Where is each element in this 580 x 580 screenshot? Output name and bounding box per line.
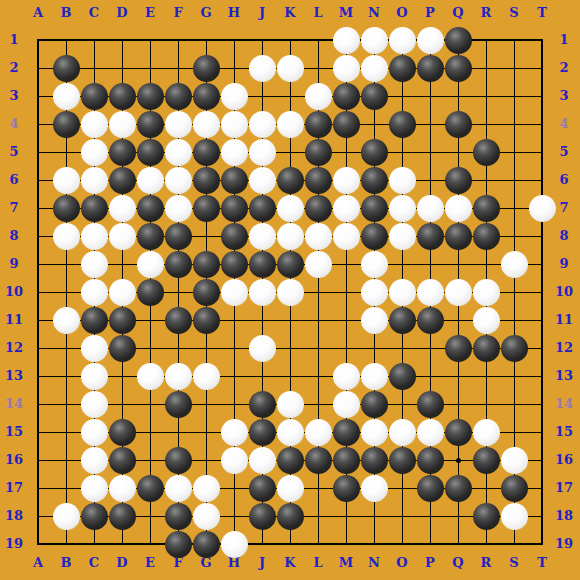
coord-left-8: 8 — [0, 229, 28, 243]
stone-black-G5 — [193, 139, 220, 166]
stone-black-L4 — [305, 111, 332, 138]
stone-white-C4 — [81, 111, 108, 138]
stone-black-C11 — [81, 307, 108, 334]
coord-right-12: 12 — [550, 341, 578, 355]
stone-white-M7 — [333, 195, 360, 222]
coord-left-3: 3 — [0, 89, 28, 103]
stone-black-J7 — [249, 195, 276, 222]
coord-bottom-C: C — [80, 556, 108, 570]
stone-black-R8 — [473, 223, 500, 250]
stone-white-D8 — [109, 223, 136, 250]
coord-bottom-L: L — [304, 556, 332, 570]
stone-white-C12 — [81, 335, 108, 362]
coord-bottom-S: S — [500, 556, 528, 570]
coord-bottom-N: N — [360, 556, 388, 570]
stone-black-J18 — [249, 503, 276, 530]
stone-white-K8 — [277, 223, 304, 250]
stone-black-G11 — [193, 307, 220, 334]
stone-white-J5 — [249, 139, 276, 166]
coord-top-B: B — [52, 6, 80, 20]
stone-black-J15 — [249, 419, 276, 446]
stone-black-J9 — [249, 251, 276, 278]
stone-black-F18 — [165, 503, 192, 530]
stone-white-D7 — [109, 195, 136, 222]
stone-white-O15 — [389, 419, 416, 446]
stone-white-R15 — [473, 419, 500, 446]
coord-bottom-K: K — [276, 556, 304, 570]
stone-black-B4 — [53, 111, 80, 138]
stone-white-J8 — [249, 223, 276, 250]
coord-right-19: 19 — [550, 537, 578, 551]
coord-left-11: 11 — [0, 313, 28, 327]
stone-white-L9 — [305, 251, 332, 278]
coord-right-3: 3 — [550, 89, 578, 103]
stone-black-G7 — [193, 195, 220, 222]
stone-black-Q8 — [445, 223, 472, 250]
stone-black-D5 — [109, 139, 136, 166]
stone-black-Q12 — [445, 335, 472, 362]
stone-white-N13 — [361, 363, 388, 390]
stone-white-M6 — [333, 167, 360, 194]
stone-black-M17 — [333, 475, 360, 502]
stone-black-D6 — [109, 167, 136, 194]
stone-white-F5 — [165, 139, 192, 166]
stone-white-D10 — [109, 279, 136, 306]
coord-right-18: 18 — [550, 509, 578, 523]
stone-black-N5 — [361, 139, 388, 166]
coord-top-R: R — [472, 6, 500, 20]
stone-white-G13 — [193, 363, 220, 390]
coord-right-15: 15 — [550, 425, 578, 439]
coord-bottom-O: O — [388, 556, 416, 570]
stone-black-E8 — [137, 223, 164, 250]
stone-white-J2 — [249, 55, 276, 82]
coord-right-2: 2 — [550, 61, 578, 75]
stone-white-E6 — [137, 167, 164, 194]
coord-left-15: 15 — [0, 425, 28, 439]
stone-black-H6 — [221, 167, 248, 194]
stone-white-J4 — [249, 111, 276, 138]
stone-white-N2 — [361, 55, 388, 82]
coord-top-H: H — [220, 6, 248, 20]
stone-black-S12 — [501, 335, 528, 362]
stone-black-P8 — [417, 223, 444, 250]
stone-black-G6 — [193, 167, 220, 194]
stone-white-S18 — [501, 503, 528, 530]
stone-white-Q10 — [445, 279, 472, 306]
stone-white-C9 — [81, 251, 108, 278]
stone-black-K6 — [277, 167, 304, 194]
stone-white-J6 — [249, 167, 276, 194]
stone-black-F8 — [165, 223, 192, 250]
stone-white-N11 — [361, 307, 388, 334]
stone-black-D16 — [109, 447, 136, 474]
stone-white-C13 — [81, 363, 108, 390]
stone-white-O8 — [389, 223, 416, 250]
coord-right-11: 11 — [550, 313, 578, 327]
stone-black-Q6 — [445, 167, 472, 194]
stone-white-E13 — [137, 363, 164, 390]
stone-black-D18 — [109, 503, 136, 530]
stone-black-D11 — [109, 307, 136, 334]
stone-black-K16 — [277, 447, 304, 474]
stone-black-O13 — [389, 363, 416, 390]
coord-bottom-F: F — [164, 556, 192, 570]
stone-white-D17 — [109, 475, 136, 502]
stone-white-J12 — [249, 335, 276, 362]
coord-top-K: K — [276, 6, 304, 20]
stone-white-O10 — [389, 279, 416, 306]
coord-left-18: 18 — [0, 509, 28, 523]
stone-black-N8 — [361, 223, 388, 250]
stone-white-P15 — [417, 419, 444, 446]
stone-white-C16 — [81, 447, 108, 474]
coord-right-1: 1 — [550, 33, 578, 47]
stone-white-M2 — [333, 55, 360, 82]
stone-black-G19 — [193, 531, 220, 558]
coord-right-13: 13 — [550, 369, 578, 383]
coord-bottom-D: D — [108, 556, 136, 570]
stone-white-K4 — [277, 111, 304, 138]
stone-black-S17 — [501, 475, 528, 502]
stone-black-E10 — [137, 279, 164, 306]
stone-white-D4 — [109, 111, 136, 138]
stone-white-M14 — [333, 391, 360, 418]
coord-right-14: 14 — [550, 397, 578, 411]
stone-black-L7 — [305, 195, 332, 222]
stone-white-L3 — [305, 83, 332, 110]
stone-black-K9 — [277, 251, 304, 278]
stone-black-H9 — [221, 251, 248, 278]
coord-top-D: D — [108, 6, 136, 20]
stone-black-M4 — [333, 111, 360, 138]
stone-white-P1 — [417, 27, 444, 54]
stone-white-C8 — [81, 223, 108, 250]
coord-bottom-J: J — [248, 556, 276, 570]
stone-black-N7 — [361, 195, 388, 222]
stone-black-B2 — [53, 55, 80, 82]
coord-right-6: 6 — [550, 173, 578, 187]
stone-white-L15 — [305, 419, 332, 446]
stone-black-P16 — [417, 447, 444, 474]
coord-top-Q: Q — [444, 6, 472, 20]
stone-white-P10 — [417, 279, 444, 306]
stone-black-F3 — [165, 83, 192, 110]
stone-black-C18 — [81, 503, 108, 530]
stone-white-C10 — [81, 279, 108, 306]
coord-right-9: 9 — [550, 257, 578, 271]
stone-black-Q17 — [445, 475, 472, 502]
stone-white-M1 — [333, 27, 360, 54]
stone-black-J17 — [249, 475, 276, 502]
coord-top-J: J — [248, 6, 276, 20]
coord-left-6: 6 — [0, 173, 28, 187]
coord-top-L: L — [304, 6, 332, 20]
stone-black-G3 — [193, 83, 220, 110]
stone-black-B7 — [53, 195, 80, 222]
coord-bottom-R: R — [472, 556, 500, 570]
coord-bottom-H: H — [220, 556, 248, 570]
stone-white-L8 — [305, 223, 332, 250]
coord-bottom-M: M — [332, 556, 360, 570]
stone-white-K17 — [277, 475, 304, 502]
coord-left-2: 2 — [0, 61, 28, 75]
stone-black-O16 — [389, 447, 416, 474]
coord-bottom-P: P — [416, 556, 444, 570]
stone-white-H4 — [221, 111, 248, 138]
coord-left-13: 13 — [0, 369, 28, 383]
stone-black-N6 — [361, 167, 388, 194]
stone-white-F17 — [165, 475, 192, 502]
stone-white-G17 — [193, 475, 220, 502]
stone-black-P14 — [417, 391, 444, 418]
stone-black-R18 — [473, 503, 500, 530]
stone-white-N10 — [361, 279, 388, 306]
stone-white-O7 — [389, 195, 416, 222]
coord-left-16: 16 — [0, 453, 28, 467]
stone-black-L5 — [305, 139, 332, 166]
stone-black-D3 — [109, 83, 136, 110]
coord-bottom-A: A — [24, 556, 52, 570]
stone-white-E9 — [137, 251, 164, 278]
stone-white-C5 — [81, 139, 108, 166]
coord-bottom-Q: Q — [444, 556, 472, 570]
stone-white-F13 — [165, 363, 192, 390]
stone-white-O6 — [389, 167, 416, 194]
coord-top-F: F — [164, 6, 192, 20]
coord-left-19: 19 — [0, 537, 28, 551]
stone-black-L16 — [305, 447, 332, 474]
stone-white-T7 — [529, 195, 556, 222]
grid-vline-T — [541, 39, 543, 545]
coord-right-8: 8 — [550, 229, 578, 243]
coord-right-5: 5 — [550, 145, 578, 159]
stone-white-H10 — [221, 279, 248, 306]
stone-white-B11 — [53, 307, 80, 334]
coord-top-S: S — [500, 6, 528, 20]
stone-black-E7 — [137, 195, 164, 222]
stone-black-R16 — [473, 447, 500, 474]
stone-white-H15 — [221, 419, 248, 446]
stone-black-F9 — [165, 251, 192, 278]
stone-black-M3 — [333, 83, 360, 110]
stone-white-B18 — [53, 503, 80, 530]
stone-black-N16 — [361, 447, 388, 474]
stone-white-C15 — [81, 419, 108, 446]
stone-black-C7 — [81, 195, 108, 222]
coord-left-9: 9 — [0, 257, 28, 271]
stone-black-Q1 — [445, 27, 472, 54]
stone-black-O4 — [389, 111, 416, 138]
star-point-Q16 — [456, 458, 461, 463]
coord-top-M: M — [332, 6, 360, 20]
stone-white-G4 — [193, 111, 220, 138]
coord-bottom-E: E — [136, 556, 164, 570]
stone-black-M16 — [333, 447, 360, 474]
coord-left-7: 7 — [0, 201, 28, 215]
stone-black-F14 — [165, 391, 192, 418]
stone-white-J16 — [249, 447, 276, 474]
stone-black-K18 — [277, 503, 304, 530]
stone-black-F16 — [165, 447, 192, 474]
stone-black-F11 — [165, 307, 192, 334]
stone-white-O1 — [389, 27, 416, 54]
coord-right-4: 4 — [550, 117, 578, 131]
coord-top-C: C — [80, 6, 108, 20]
stone-black-N14 — [361, 391, 388, 418]
stone-white-N17 — [361, 475, 388, 502]
stone-white-N15 — [361, 419, 388, 446]
stone-black-H8 — [221, 223, 248, 250]
coord-left-14: 14 — [0, 397, 28, 411]
stone-white-C14 — [81, 391, 108, 418]
stone-white-R10 — [473, 279, 500, 306]
coord-top-G: G — [192, 6, 220, 20]
stone-white-K7 — [277, 195, 304, 222]
stone-black-R7 — [473, 195, 500, 222]
stone-black-D12 — [109, 335, 136, 362]
stone-black-O11 — [389, 307, 416, 334]
stone-black-E4 — [137, 111, 164, 138]
coord-right-17: 17 — [550, 481, 578, 495]
stone-black-H7 — [221, 195, 248, 222]
coord-top-P: P — [416, 6, 444, 20]
stone-white-M13 — [333, 363, 360, 390]
stone-white-R11 — [473, 307, 500, 334]
stone-black-D15 — [109, 419, 136, 446]
stone-black-E3 — [137, 83, 164, 110]
stone-white-B3 — [53, 83, 80, 110]
stone-black-R12 — [473, 335, 500, 362]
stone-white-B6 — [53, 167, 80, 194]
stone-white-H16 — [221, 447, 248, 474]
stone-white-G18 — [193, 503, 220, 530]
stone-white-J10 — [249, 279, 276, 306]
coord-right-16: 16 — [550, 453, 578, 467]
stone-black-G9 — [193, 251, 220, 278]
stone-black-O2 — [389, 55, 416, 82]
stone-black-Q2 — [445, 55, 472, 82]
coord-left-4: 4 — [0, 117, 28, 131]
stone-white-Q7 — [445, 195, 472, 222]
stone-white-K15 — [277, 419, 304, 446]
stone-white-C6 — [81, 167, 108, 194]
coord-top-A: A — [24, 6, 52, 20]
stone-white-F4 — [165, 111, 192, 138]
stone-black-L6 — [305, 167, 332, 194]
stone-white-H3 — [221, 83, 248, 110]
coord-bottom-T: T — [528, 556, 556, 570]
coord-right-10: 10 — [550, 285, 578, 299]
stone-black-E5 — [137, 139, 164, 166]
grid-hline-19 — [37, 543, 543, 545]
stone-black-P11 — [417, 307, 444, 334]
stone-black-G2 — [193, 55, 220, 82]
coord-left-1: 1 — [0, 33, 28, 47]
coord-top-O: O — [388, 6, 416, 20]
stone-white-N1 — [361, 27, 388, 54]
stone-white-M8 — [333, 223, 360, 250]
stone-white-N9 — [361, 251, 388, 278]
stone-black-R5 — [473, 139, 500, 166]
stone-white-F7 — [165, 195, 192, 222]
stone-white-S16 — [501, 447, 528, 474]
stone-white-K10 — [277, 279, 304, 306]
go-board-viewer: AABBCCDDEEFFGGHHJJKKLLMMNNOOPPQQRRSSTT11… — [0, 0, 580, 580]
stone-white-B8 — [53, 223, 80, 250]
stone-black-C3 — [81, 83, 108, 110]
coord-top-T: T — [528, 6, 556, 20]
stone-white-H5 — [221, 139, 248, 166]
stone-black-Q15 — [445, 419, 472, 446]
coord-left-5: 5 — [0, 145, 28, 159]
stone-black-E17 — [137, 475, 164, 502]
stone-white-F6 — [165, 167, 192, 194]
stone-black-M15 — [333, 419, 360, 446]
stone-black-P17 — [417, 475, 444, 502]
stone-white-P7 — [417, 195, 444, 222]
coord-left-10: 10 — [0, 285, 28, 299]
stone-black-Q4 — [445, 111, 472, 138]
coord-left-12: 12 — [0, 341, 28, 355]
coord-bottom-G: G — [192, 556, 220, 570]
stone-black-G10 — [193, 279, 220, 306]
stone-black-J14 — [249, 391, 276, 418]
coord-top-N: N — [360, 6, 388, 20]
stone-black-F19 — [165, 531, 192, 558]
stone-white-C17 — [81, 475, 108, 502]
stone-white-K14 — [277, 391, 304, 418]
stone-white-H19 — [221, 531, 248, 558]
coord-bottom-B: B — [52, 556, 80, 570]
stone-white-S9 — [501, 251, 528, 278]
stone-black-P2 — [417, 55, 444, 82]
coord-left-17: 17 — [0, 481, 28, 495]
grid-hline-13 — [37, 376, 543, 377]
stone-white-K2 — [277, 55, 304, 82]
stone-black-N3 — [361, 83, 388, 110]
coord-top-E: E — [136, 6, 164, 20]
